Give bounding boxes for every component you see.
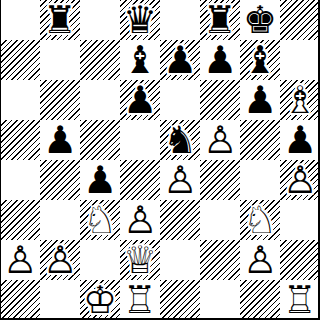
piece-black-pawn[interactable]: ♟ xyxy=(280,120,320,160)
square-h6[interactable]: ♝♗ xyxy=(280,80,320,120)
piece-halo: ♟ xyxy=(200,120,240,160)
piece-halo: ♜ xyxy=(120,280,160,320)
square-h8[interactable] xyxy=(280,0,320,40)
square-b3[interactable] xyxy=(40,200,80,240)
square-d1[interactable]: ♜♖ xyxy=(120,280,160,320)
square-f3[interactable] xyxy=(200,200,240,240)
square-g1[interactable] xyxy=(240,280,280,320)
square-g3[interactable]: ♞♘ xyxy=(240,200,280,240)
piece-halo: ♞ xyxy=(80,200,120,240)
square-g2[interactable]: ♟♙ xyxy=(240,240,280,280)
piece-halo: ♜ xyxy=(280,280,320,320)
piece-halo: ♟ xyxy=(120,200,160,240)
square-c1[interactable]: ♚♔ xyxy=(80,280,120,320)
piece-black-bishop[interactable]: ♝ xyxy=(240,40,280,80)
piece-halo: ♜ xyxy=(200,0,240,40)
square-f2[interactable] xyxy=(200,240,240,280)
piece-halo: ♞ xyxy=(240,200,280,240)
square-f1[interactable] xyxy=(200,280,240,320)
piece-halo: ♟ xyxy=(40,120,80,160)
piece-white-queen[interactable]: ♕ xyxy=(120,240,160,280)
piece-halo: ♛ xyxy=(120,240,160,280)
piece-black-queen[interactable]: ♛ xyxy=(120,0,160,40)
square-a5[interactable] xyxy=(0,120,40,160)
square-g6[interactable]: ♟♟ xyxy=(240,80,280,120)
piece-black-pawn[interactable]: ♟ xyxy=(80,160,120,200)
piece-black-pawn[interactable]: ♟ xyxy=(160,40,200,80)
square-g7[interactable]: ♝♝ xyxy=(240,40,280,80)
square-h3[interactable] xyxy=(280,200,320,240)
square-b7[interactable] xyxy=(40,40,80,80)
piece-black-pawn[interactable]: ♟ xyxy=(240,80,280,120)
piece-black-pawn[interactable]: ♟ xyxy=(120,80,160,120)
square-b1[interactable] xyxy=(40,280,80,320)
square-e5[interactable]: ♞♞ xyxy=(160,120,200,160)
square-d6[interactable]: ♟♟ xyxy=(120,80,160,120)
piece-halo: ♟ xyxy=(120,80,160,120)
piece-black-pawn[interactable]: ♟ xyxy=(40,120,80,160)
piece-white-pawn[interactable]: ♙ xyxy=(40,240,80,280)
piece-halo: ♝ xyxy=(120,40,160,80)
square-g8[interactable]: ♚♚ xyxy=(240,0,280,40)
square-e2[interactable] xyxy=(160,240,200,280)
piece-white-rook[interactable]: ♖ xyxy=(280,280,320,320)
square-h4[interactable]: ♟♙ xyxy=(280,160,320,200)
piece-white-pawn[interactable]: ♙ xyxy=(160,160,200,200)
piece-halo: ♚ xyxy=(240,0,280,40)
square-f8[interactable]: ♜♜ xyxy=(200,0,240,40)
piece-halo: ♟ xyxy=(240,240,280,280)
piece-white-pawn[interactable]: ♙ xyxy=(0,240,40,280)
piece-halo: ♟ xyxy=(280,160,320,200)
square-d5[interactable] xyxy=(120,120,160,160)
piece-white-knight[interactable]: ♘ xyxy=(240,200,280,240)
square-d2[interactable]: ♛♕ xyxy=(120,240,160,280)
square-b2[interactable]: ♟♙ xyxy=(40,240,80,280)
square-c7[interactable] xyxy=(80,40,120,80)
square-a6[interactable] xyxy=(0,80,40,120)
square-d4[interactable] xyxy=(120,160,160,200)
piece-halo: ♟ xyxy=(0,240,40,280)
square-f5[interactable]: ♟♙ xyxy=(200,120,240,160)
piece-white-bishop[interactable]: ♗ xyxy=(280,80,320,120)
square-a3[interactable] xyxy=(0,200,40,240)
piece-halo: ♟ xyxy=(200,40,240,80)
piece-black-knight[interactable]: ♞ xyxy=(160,120,200,160)
piece-white-king[interactable]: ♔ xyxy=(80,280,120,320)
square-e6[interactable] xyxy=(160,80,200,120)
square-a1[interactable] xyxy=(0,280,40,320)
piece-halo: ♟ xyxy=(80,160,120,200)
piece-halo: ♞ xyxy=(160,120,200,160)
piece-halo: ♝ xyxy=(240,40,280,80)
square-c2[interactable] xyxy=(80,240,120,280)
square-c5[interactable] xyxy=(80,120,120,160)
piece-halo: ♚ xyxy=(80,280,120,320)
square-g5[interactable] xyxy=(240,120,280,160)
square-e7[interactable]: ♟♟ xyxy=(160,40,200,80)
square-e3[interactable] xyxy=(160,200,200,240)
square-c6[interactable] xyxy=(80,80,120,120)
piece-black-bishop[interactable]: ♝ xyxy=(120,40,160,80)
piece-white-pawn[interactable]: ♙ xyxy=(200,120,240,160)
square-f6[interactable] xyxy=(200,80,240,120)
square-c8[interactable] xyxy=(80,0,120,40)
square-h7[interactable] xyxy=(280,40,320,80)
piece-black-pawn[interactable]: ♟ xyxy=(200,40,240,80)
piece-white-rook[interactable]: ♖ xyxy=(120,280,160,320)
square-a4[interactable] xyxy=(0,160,40,200)
square-b5[interactable]: ♟♟ xyxy=(40,120,80,160)
piece-halo: ♟ xyxy=(40,240,80,280)
piece-halo: ♜ xyxy=(40,0,80,40)
square-f4[interactable] xyxy=(200,160,240,200)
piece-black-rook[interactable]: ♜ xyxy=(200,0,240,40)
piece-halo: ♟ xyxy=(240,80,280,120)
square-d3[interactable]: ♟♙ xyxy=(120,200,160,240)
piece-halo: ♟ xyxy=(160,40,200,80)
piece-white-knight[interactable]: ♘ xyxy=(80,200,120,240)
square-a2[interactable]: ♟♙ xyxy=(0,240,40,280)
piece-white-pawn[interactable]: ♙ xyxy=(120,200,160,240)
piece-black-king[interactable]: ♚ xyxy=(240,0,280,40)
square-c3[interactable]: ♞♘ xyxy=(80,200,120,240)
piece-white-pawn[interactable]: ♙ xyxy=(280,160,320,200)
square-e1[interactable] xyxy=(160,280,200,320)
piece-halo: ♟ xyxy=(160,160,200,200)
square-e4[interactable]: ♟♙ xyxy=(160,160,200,200)
square-h5[interactable]: ♟♟ xyxy=(280,120,320,160)
square-d7[interactable]: ♝♝ xyxy=(120,40,160,80)
square-a7[interactable] xyxy=(0,40,40,80)
square-d8[interactable]: ♛♛ xyxy=(120,0,160,40)
square-h1[interactable]: ♜♖ xyxy=(280,280,320,320)
square-c4[interactable]: ♟♟ xyxy=(80,160,120,200)
piece-black-rook[interactable]: ♜ xyxy=(40,0,80,40)
piece-halo: ♟ xyxy=(280,120,320,160)
piece-halo: ♝ xyxy=(280,80,320,120)
piece-halo: ♛ xyxy=(120,0,160,40)
square-b4[interactable] xyxy=(40,160,80,200)
square-b6[interactable] xyxy=(40,80,80,120)
piece-white-pawn[interactable]: ♙ xyxy=(240,240,280,280)
chess-board[interactable]: ♜♜♛♛♜♜♚♚♝♝♟♟♟♟♝♝♟♟♟♟♝♗♟♟♞♞♟♙♟♟♟♟♟♙♟♙♞♘♟♙… xyxy=(0,0,320,320)
square-g4[interactable] xyxy=(240,160,280,200)
square-f7[interactable]: ♟♟ xyxy=(200,40,240,80)
square-h2[interactable] xyxy=(280,240,320,280)
square-a8[interactable] xyxy=(0,0,40,40)
square-e8[interactable] xyxy=(160,0,200,40)
square-b8[interactable]: ♜♜ xyxy=(40,0,80,40)
